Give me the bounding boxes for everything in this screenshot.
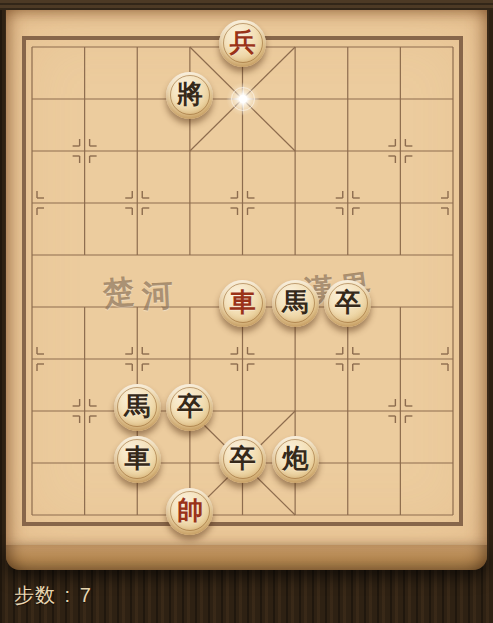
piece-glyph: 馬 [282,290,308,316]
piece-black-general[interactable]: 將 [166,72,213,119]
piece-glyph: 兵 [230,30,256,56]
game-screen: 楚 河 漢 界 兵將車馬卒馬卒車卒炮帥 步数 : 7 [0,0,493,623]
piece-red-chariot[interactable]: 車 [219,280,266,327]
move-counter-label: 步数 [14,584,56,606]
piece-black-horse[interactable]: 馬 [272,280,319,327]
piece-red-soldier[interactable]: 兵 [219,20,266,67]
piece-glyph: 帥 [177,498,203,524]
piece-glyph: 車 [230,290,256,316]
piece-black-soldier[interactable]: 卒 [324,280,371,327]
piece-black-horse[interactable]: 馬 [114,384,161,431]
sparkle-effect [224,80,262,118]
piece-glyph: 將 [177,82,203,108]
piece-glyph: 卒 [230,446,256,472]
move-counter: 步数 : 7 [14,582,94,609]
piece-black-cannon[interactable]: 炮 [272,436,319,483]
piece-glyph: 馬 [124,394,150,420]
piece-black-soldier[interactable]: 卒 [166,384,213,431]
piece-glyph: 卒 [335,290,361,316]
move-counter-separator: : [58,584,78,606]
piece-glyph: 車 [124,446,150,472]
piece-black-soldier[interactable]: 卒 [219,436,266,483]
piece-black-chariot[interactable]: 車 [114,436,161,483]
move-counter-value: 7 [80,584,92,606]
piece-glyph: 炮 [282,446,308,472]
piece-red-general[interactable]: 帥 [166,488,213,535]
xiangqi-board[interactable]: 兵將車馬卒馬卒車卒炮帥 [6,21,480,541]
piece-glyph: 卒 [177,394,203,420]
